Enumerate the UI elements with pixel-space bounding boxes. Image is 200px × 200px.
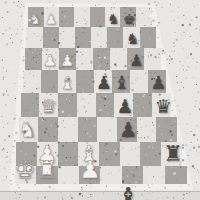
square-f2[interactable] (120, 142, 141, 167)
piece-black-pawn-h5[interactable]: ♟ (150, 74, 166, 92)
square-a6[interactable] (25, 48, 43, 71)
chessboard-photo: ♝ ♞♟♞♚♞♟♟♟♝♟♝♟♛♟♛♞♟♟♝♜♚♜♟ (0, 0, 200, 200)
piece-black-pawn-g6[interactable]: ♟ (129, 53, 143, 69)
square-e3[interactable] (97, 117, 117, 143)
square-b3[interactable] (38, 117, 58, 143)
square-c4[interactable] (58, 93, 77, 118)
piece-white-knight-a8[interactable]: ♞ (29, 12, 42, 26)
square-e8[interactable] (90, 7, 106, 28)
piece-white-pawn-b8[interactable]: ♟ (45, 12, 58, 26)
piece-white-knight-a3[interactable]: ♞ (18, 120, 37, 141)
piece-black-pawn-e5[interactable]: ♟ (96, 74, 112, 92)
square-e2[interactable] (99, 142, 120, 167)
square-g1[interactable] (143, 166, 165, 184)
piece-black-knight-f8[interactable]: ♞ (107, 12, 120, 26)
square-c2[interactable] (58, 142, 79, 167)
piece-black-queen-h4[interactable]: ♛ (155, 97, 172, 116)
square-a4[interactable] (21, 93, 40, 118)
square-f1[interactable] (122, 166, 144, 184)
square-h3[interactable] (156, 117, 176, 143)
piece-black-bishop-f5[interactable]: ♝ (114, 74, 130, 92)
table-edge-band (0, 192, 200, 200)
square-d3[interactable] (78, 117, 98, 143)
square-d6[interactable] (76, 48, 94, 71)
square-f6[interactable] (110, 48, 128, 71)
square-g5[interactable] (130, 70, 148, 94)
square-e4[interactable] (96, 93, 115, 118)
piece-black-rook-h2[interactable]: ♜ (163, 143, 183, 165)
piece-black-king-g8[interactable]: ♚ (123, 12, 136, 26)
square-b5[interactable] (41, 70, 59, 94)
square-h6[interactable] (144, 48, 162, 71)
square-d8[interactable] (74, 7, 90, 28)
piece-white-pawn-c6[interactable]: ♟ (60, 53, 74, 69)
piece-black-pawn-f4[interactable]: ♟ (116, 97, 133, 116)
square-b7[interactable] (43, 27, 60, 49)
square-g4[interactable] (133, 93, 152, 118)
piece-white-bishop-c5[interactable]: ♝ (59, 74, 75, 92)
square-e6[interactable] (93, 48, 111, 71)
square-e1[interactable] (100, 166, 122, 184)
piece-black-knight-g7[interactable]: ♞ (126, 32, 139, 47)
piece-white-queen-b4[interactable]: ♛ (40, 97, 57, 116)
square-c8[interactable] (59, 7, 75, 28)
square-c1[interactable] (58, 166, 80, 184)
square-h1[interactable] (165, 166, 187, 184)
piece-black-pawn-f3[interactable]: ♟ (119, 120, 138, 141)
square-d5[interactable] (76, 70, 94, 94)
square-e7[interactable] (91, 27, 108, 49)
square-f7[interactable] (107, 27, 124, 49)
square-c3[interactable] (58, 117, 78, 143)
square-a7[interactable] (26, 27, 43, 49)
square-h7[interactable] (140, 27, 157, 49)
square-g3[interactable] (137, 117, 157, 143)
piece-white-pawn-d1[interactable]: ♟ (79, 158, 101, 182)
square-g2[interactable] (140, 142, 161, 167)
square-a5[interactable] (23, 70, 41, 94)
piece-white-pawn-b6[interactable]: ♟ (43, 53, 57, 69)
piece-white-king-a1[interactable]: ♚ (14, 158, 36, 182)
square-d7[interactable] (75, 27, 92, 49)
square-c7[interactable] (59, 27, 76, 49)
square-h8[interactable] (136, 7, 152, 28)
table-edge-line (0, 191, 200, 192)
piece-white-rook-b1[interactable]: ♜ (36, 158, 58, 182)
square-d4[interactable] (77, 93, 96, 118)
